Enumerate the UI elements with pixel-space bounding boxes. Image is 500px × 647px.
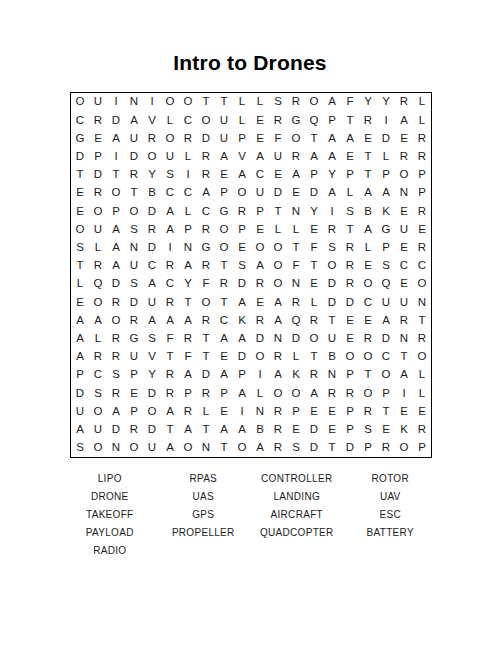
- grid-cell-r17c10[interactable]: A: [233, 384, 251, 402]
- grid-cell-r11c4[interactable]: S: [125, 275, 143, 293]
- grid-cell-r6c20[interactable]: P: [413, 184, 431, 202]
- grid-cell-r11c16[interactable]: R: [341, 275, 359, 293]
- grid-cell-r17c20[interactable]: L: [413, 384, 431, 402]
- grid-cell-r3c4[interactable]: U: [125, 129, 143, 147]
- grid-cell-r16c15[interactable]: N: [323, 366, 341, 384]
- grid-cell-r20c6[interactable]: A: [161, 439, 179, 457]
- grid-cell-r13c20[interactable]: T: [413, 311, 431, 329]
- grid-cell-r5c6[interactable]: S: [161, 166, 179, 184]
- grid-cell-r14c11[interactable]: D: [251, 330, 269, 348]
- grid-cell-r12c11[interactable]: E: [251, 293, 269, 311]
- grid-cell-r17c5[interactable]: D: [143, 384, 161, 402]
- grid-cell-r10c16[interactable]: R: [341, 257, 359, 275]
- grid-cell-r17c4[interactable]: E: [125, 384, 143, 402]
- grid-cell-r2c11[interactable]: E: [251, 111, 269, 129]
- grid-cell-r2c19[interactable]: A: [395, 111, 413, 129]
- grid-cell-r17c9[interactable]: P: [215, 384, 233, 402]
- grid-cell-r20c13[interactable]: S: [287, 439, 305, 457]
- grid-cell-r17c19[interactable]: I: [395, 384, 413, 402]
- grid-cell-r17c7[interactable]: P: [179, 384, 197, 402]
- grid-cell-r13c12[interactable]: A: [269, 311, 287, 329]
- grid-cell-r13c18[interactable]: A: [377, 311, 395, 329]
- grid-cell-r7c19[interactable]: E: [395, 202, 413, 220]
- grid-cell-r4c16[interactable]: E: [341, 148, 359, 166]
- grid-cell-r6c3[interactable]: O: [107, 184, 125, 202]
- grid-cell-r14c16[interactable]: E: [341, 330, 359, 348]
- grid-cell-r5c19[interactable]: O: [395, 166, 413, 184]
- grid-cell-r20c18[interactable]: R: [377, 439, 395, 457]
- grid-cell-r15c13[interactable]: L: [287, 348, 305, 366]
- grid-cell-r7c8[interactable]: C: [197, 202, 215, 220]
- grid-cell-r13c16[interactable]: E: [341, 311, 359, 329]
- grid-cell-r13c8[interactable]: R: [197, 311, 215, 329]
- grid-cell-r2c7[interactable]: C: [179, 111, 197, 129]
- grid-cell-r16c19[interactable]: A: [395, 366, 413, 384]
- grid-cell-r12c20[interactable]: N: [413, 293, 431, 311]
- grid-cell-r4c8[interactable]: R: [197, 148, 215, 166]
- grid-cell-r3c15[interactable]: A: [323, 129, 341, 147]
- grid-cell-r10c11[interactable]: A: [251, 257, 269, 275]
- grid-cell-r15c10[interactable]: D: [233, 348, 251, 366]
- grid-cell-r4c18[interactable]: L: [377, 148, 395, 166]
- grid-cell-r1c6[interactable]: O: [161, 93, 179, 111]
- grid-cell-r19c19[interactable]: K: [395, 421, 413, 439]
- grid-cell-r13c1[interactable]: A: [71, 311, 89, 329]
- grid-cell-r7c7[interactable]: L: [179, 202, 197, 220]
- grid-cell-r5c10[interactable]: A: [233, 166, 251, 184]
- grid-cell-r6c19[interactable]: N: [395, 184, 413, 202]
- grid-cell-r12c3[interactable]: R: [107, 293, 125, 311]
- grid-cell-r6c11[interactable]: U: [251, 184, 269, 202]
- grid-cell-r20c2[interactable]: O: [89, 439, 107, 457]
- grid-cell-r2c13[interactable]: G: [287, 111, 305, 129]
- grid-cell-r2c5[interactable]: V: [143, 111, 161, 129]
- grid-cell-r18c9[interactable]: E: [215, 402, 233, 420]
- grid-cell-r4c13[interactable]: R: [287, 148, 305, 166]
- grid-cell-r7c5[interactable]: D: [143, 202, 161, 220]
- grid-cell-r17c18[interactable]: P: [377, 384, 395, 402]
- grid-cell-r16c18[interactable]: O: [377, 366, 395, 384]
- grid-cell-r18c5[interactable]: O: [143, 402, 161, 420]
- grid-cell-r17c2[interactable]: S: [89, 384, 107, 402]
- grid-cell-r9c17[interactable]: L: [359, 239, 377, 257]
- grid-cell-r14c1[interactable]: A: [71, 330, 89, 348]
- grid-cell-r9c18[interactable]: P: [377, 239, 395, 257]
- grid-cell-r5c13[interactable]: A: [287, 166, 305, 184]
- grid-cell-r18c17[interactable]: R: [359, 402, 377, 420]
- grid-cell-r18c15[interactable]: E: [323, 402, 341, 420]
- grid-cell-r10c7[interactable]: A: [179, 257, 197, 275]
- grid-cell-r10c3[interactable]: A: [107, 257, 125, 275]
- grid-cell-r11c3[interactable]: D: [107, 275, 125, 293]
- grid-cell-r13c5[interactable]: A: [143, 311, 161, 329]
- grid-cell-r9c6[interactable]: I: [161, 239, 179, 257]
- grid-cell-r17c15[interactable]: R: [323, 384, 341, 402]
- grid-cell-r4c3[interactable]: I: [107, 148, 125, 166]
- grid-cell-r12c16[interactable]: D: [341, 293, 359, 311]
- grid-cell-r8c12[interactable]: L: [269, 220, 287, 238]
- grid-cell-r5c17[interactable]: T: [359, 166, 377, 184]
- grid-cell-r7c20[interactable]: R: [413, 202, 431, 220]
- grid-cell-r19c10[interactable]: A: [233, 421, 251, 439]
- grid-cell-r8c5[interactable]: R: [143, 220, 161, 238]
- grid-cell-r20c20[interactable]: P: [413, 439, 431, 457]
- grid-cell-r16c11[interactable]: I: [251, 366, 269, 384]
- grid-cell-r5c12[interactable]: E: [269, 166, 287, 184]
- grid-cell-r4c4[interactable]: D: [125, 148, 143, 166]
- grid-cell-r16c1[interactable]: P: [71, 366, 89, 384]
- grid-cell-r20c14[interactable]: D: [305, 439, 323, 457]
- grid-cell-r13c13[interactable]: Q: [287, 311, 305, 329]
- grid-cell-r6c17[interactable]: A: [359, 184, 377, 202]
- grid-cell-r5c16[interactable]: P: [341, 166, 359, 184]
- grid-cell-r16c9[interactable]: A: [215, 366, 233, 384]
- grid-cell-r16c10[interactable]: P: [233, 366, 251, 384]
- grid-cell-r2c10[interactable]: L: [233, 111, 251, 129]
- grid-cell-r4c14[interactable]: A: [305, 148, 323, 166]
- grid-cell-r18c19[interactable]: E: [395, 402, 413, 420]
- grid-cell-r5c4[interactable]: R: [125, 166, 143, 184]
- grid-cell-r8c14[interactable]: E: [305, 220, 323, 238]
- grid-cell-r14c18[interactable]: D: [377, 330, 395, 348]
- grid-cell-r15c2[interactable]: R: [89, 348, 107, 366]
- grid-cell-r2c8[interactable]: O: [197, 111, 215, 129]
- grid-cell-r14c9[interactable]: A: [215, 330, 233, 348]
- grid-cell-r12c8[interactable]: O: [197, 293, 215, 311]
- grid-cell-r1c14[interactable]: O: [305, 93, 323, 111]
- grid-cell-r9c3[interactable]: A: [107, 239, 125, 257]
- grid-cell-r18c1[interactable]: U: [71, 402, 89, 420]
- grid-cell-r3c10[interactable]: P: [233, 129, 251, 147]
- grid-cell-r2c20[interactable]: L: [413, 111, 431, 129]
- grid-cell-r19c1[interactable]: A: [71, 421, 89, 439]
- grid-cell-r6c18[interactable]: A: [377, 184, 395, 202]
- grid-cell-r7c10[interactable]: R: [233, 202, 251, 220]
- grid-cell-r14c13[interactable]: D: [287, 330, 305, 348]
- grid-cell-r16c16[interactable]: P: [341, 366, 359, 384]
- grid-cell-r7c9[interactable]: G: [215, 202, 233, 220]
- grid-cell-r14c4[interactable]: G: [125, 330, 143, 348]
- grid-cell-r12c12[interactable]: A: [269, 293, 287, 311]
- grid-cell-r18c10[interactable]: I: [233, 402, 251, 420]
- grid-cell-r10c19[interactable]: C: [395, 257, 413, 275]
- grid-cell-r6c1[interactable]: E: [71, 184, 89, 202]
- grid-cell-r3c5[interactable]: R: [143, 129, 161, 147]
- grid-cell-r17c8[interactable]: R: [197, 384, 215, 402]
- grid-cell-r8c4[interactable]: S: [125, 220, 143, 238]
- grid-cell-r14c2[interactable]: L: [89, 330, 107, 348]
- grid-cell-r16c17[interactable]: T: [359, 366, 377, 384]
- grid-cell-r9c12[interactable]: O: [269, 239, 287, 257]
- grid-cell-r12c15[interactable]: D: [323, 293, 341, 311]
- grid-cell-r6c14[interactable]: D: [305, 184, 323, 202]
- grid-cell-r9c5[interactable]: D: [143, 239, 161, 257]
- grid-cell-r16c4[interactable]: P: [125, 366, 143, 384]
- grid-cell-r1c11[interactable]: L: [251, 93, 269, 111]
- grid-cell-r15c18[interactable]: C: [377, 348, 395, 366]
- grid-cell-r15c15[interactable]: B: [323, 348, 341, 366]
- grid-cell-r3c12[interactable]: F: [269, 129, 287, 147]
- grid-cell-r6c10[interactable]: O: [233, 184, 251, 202]
- grid-cell-r13c10[interactable]: K: [233, 311, 251, 329]
- grid-cell-r10c20[interactable]: C: [413, 257, 431, 275]
- grid-cell-r19c12[interactable]: R: [269, 421, 287, 439]
- grid-cell-r4c15[interactable]: A: [323, 148, 341, 166]
- grid-cell-r8c9[interactable]: O: [215, 220, 233, 238]
- grid-cell-r9c14[interactable]: F: [305, 239, 323, 257]
- grid-cell-r1c17[interactable]: Y: [359, 93, 377, 111]
- grid-cell-r16c14[interactable]: R: [305, 366, 323, 384]
- grid-cell-r10c14[interactable]: T: [305, 257, 323, 275]
- grid-cell-r20c5[interactable]: U: [143, 439, 161, 457]
- grid-cell-r4c2[interactable]: P: [89, 148, 107, 166]
- grid-cell-r11c18[interactable]: Q: [377, 275, 395, 293]
- grid-cell-r15c14[interactable]: T: [305, 348, 323, 366]
- grid-cell-r3c13[interactable]: O: [287, 129, 305, 147]
- grid-cell-r14c14[interactable]: O: [305, 330, 323, 348]
- grid-cell-r15c5[interactable]: V: [143, 348, 161, 366]
- grid-cell-r3c7[interactable]: R: [179, 129, 197, 147]
- grid-cell-r14c8[interactable]: T: [197, 330, 215, 348]
- grid-cell-r15c16[interactable]: O: [341, 348, 359, 366]
- grid-cell-r15c19[interactable]: T: [395, 348, 413, 366]
- grid-cell-r13c7[interactable]: A: [179, 311, 197, 329]
- grid-cell-r20c17[interactable]: P: [359, 439, 377, 457]
- grid-cell-r20c10[interactable]: O: [233, 439, 251, 457]
- grid-cell-r1c20[interactable]: L: [413, 93, 431, 111]
- grid-cell-r18c6[interactable]: A: [161, 402, 179, 420]
- grid-cell-r2c18[interactable]: I: [377, 111, 395, 129]
- grid-cell-r9c7[interactable]: N: [179, 239, 197, 257]
- grid-cell-r20c8[interactable]: N: [197, 439, 215, 457]
- grid-cell-r1c9[interactable]: T: [215, 93, 233, 111]
- grid-cell-r2c14[interactable]: Q: [305, 111, 323, 129]
- grid-cell-r4c20[interactable]: R: [413, 148, 431, 166]
- grid-cell-r19c17[interactable]: S: [359, 421, 377, 439]
- grid-cell-r10c9[interactable]: T: [215, 257, 233, 275]
- grid-cell-r3c16[interactable]: A: [341, 129, 359, 147]
- grid-cell-r2c4[interactable]: A: [125, 111, 143, 129]
- grid-cell-r5c18[interactable]: P: [377, 166, 395, 184]
- grid-cell-r2c15[interactable]: P: [323, 111, 341, 129]
- grid-cell-r11c12[interactable]: O: [269, 275, 287, 293]
- grid-cell-r15c9[interactable]: E: [215, 348, 233, 366]
- grid-cell-r9c20[interactable]: R: [413, 239, 431, 257]
- grid-cell-r14c17[interactable]: R: [359, 330, 377, 348]
- grid-cell-r6c4[interactable]: T: [125, 184, 143, 202]
- grid-cell-r9c13[interactable]: T: [287, 239, 305, 257]
- grid-cell-r11c2[interactable]: Q: [89, 275, 107, 293]
- grid-cell-r14c10[interactable]: A: [233, 330, 251, 348]
- grid-cell-r4c11[interactable]: A: [251, 148, 269, 166]
- grid-cell-r12c10[interactable]: A: [233, 293, 251, 311]
- grid-cell-r15c17[interactable]: O: [359, 348, 377, 366]
- grid-cell-r17c17[interactable]: O: [359, 384, 377, 402]
- grid-cell-r20c11[interactable]: A: [251, 439, 269, 457]
- grid-cell-r17c13[interactable]: O: [287, 384, 305, 402]
- grid-cell-r4c6[interactable]: U: [161, 148, 179, 166]
- grid-cell-r15c12[interactable]: R: [269, 348, 287, 366]
- grid-cell-r11c13[interactable]: N: [287, 275, 305, 293]
- grid-cell-r3c6[interactable]: O: [161, 129, 179, 147]
- grid-cell-r8c6[interactable]: A: [161, 220, 179, 238]
- grid-cell-r19c20[interactable]: R: [413, 421, 431, 439]
- grid-cell-r18c16[interactable]: P: [341, 402, 359, 420]
- grid-cell-r7c18[interactable]: K: [377, 202, 395, 220]
- grid-cell-r5c7[interactable]: I: [179, 166, 197, 184]
- grid-cell-r13c19[interactable]: R: [395, 311, 413, 329]
- grid-cell-r2c17[interactable]: R: [359, 111, 377, 129]
- grid-cell-r6c6[interactable]: C: [161, 184, 179, 202]
- grid-cell-r12c18[interactable]: U: [377, 293, 395, 311]
- grid-cell-r5c2[interactable]: D: [89, 166, 107, 184]
- grid-cell-r9c9[interactable]: O: [215, 239, 233, 257]
- grid-cell-r19c9[interactable]: A: [215, 421, 233, 439]
- grid-cell-r13c6[interactable]: A: [161, 311, 179, 329]
- grid-cell-r18c11[interactable]: N: [251, 402, 269, 420]
- grid-cell-r7c3[interactable]: P: [107, 202, 125, 220]
- grid-cell-r16c8[interactable]: D: [197, 366, 215, 384]
- grid-cell-r19c18[interactable]: E: [377, 421, 395, 439]
- grid-cell-r20c9[interactable]: T: [215, 439, 233, 457]
- grid-cell-r3c17[interactable]: E: [359, 129, 377, 147]
- grid-cell-r16c20[interactable]: L: [413, 366, 431, 384]
- grid-cell-r11c10[interactable]: D: [233, 275, 251, 293]
- grid-cell-r1c3[interactable]: I: [107, 93, 125, 111]
- grid-cell-r1c4[interactable]: N: [125, 93, 143, 111]
- grid-cell-r7c12[interactable]: T: [269, 202, 287, 220]
- grid-cell-r19c7[interactable]: A: [179, 421, 197, 439]
- grid-cell-r3c9[interactable]: U: [215, 129, 233, 147]
- grid-cell-r7c6[interactable]: A: [161, 202, 179, 220]
- grid-cell-r12c5[interactable]: U: [143, 293, 161, 311]
- grid-cell-r1c5[interactable]: I: [143, 93, 161, 111]
- grid-cell-r8c15[interactable]: R: [323, 220, 341, 238]
- grid-cell-r9c1[interactable]: S: [71, 239, 89, 257]
- grid-cell-r18c20[interactable]: E: [413, 402, 431, 420]
- grid-cell-r3c19[interactable]: E: [395, 129, 413, 147]
- grid-cell-r1c10[interactable]: L: [233, 93, 251, 111]
- grid-cell-r12c17[interactable]: C: [359, 293, 377, 311]
- grid-cell-r6c7[interactable]: C: [179, 184, 197, 202]
- grid-cell-r1c8[interactable]: T: [197, 93, 215, 111]
- grid-cell-r11c5[interactable]: A: [143, 275, 161, 293]
- grid-cell-r5c11[interactable]: C: [251, 166, 269, 184]
- grid-cell-r7c4[interactable]: O: [125, 202, 143, 220]
- grid-cell-r2c6[interactable]: L: [161, 111, 179, 129]
- grid-cell-r18c3[interactable]: A: [107, 402, 125, 420]
- grid-cell-r9c16[interactable]: R: [341, 239, 359, 257]
- grid-cell-r4c1[interactable]: D: [71, 148, 89, 166]
- grid-cell-r18c2[interactable]: O: [89, 402, 107, 420]
- grid-cell-r19c13[interactable]: E: [287, 421, 305, 439]
- grid-cell-r7c13[interactable]: N: [287, 202, 305, 220]
- grid-cell-r10c17[interactable]: E: [359, 257, 377, 275]
- grid-cell-r11c11[interactable]: R: [251, 275, 269, 293]
- grid-cell-r18c18[interactable]: T: [377, 402, 395, 420]
- grid-cell-r20c15[interactable]: T: [323, 439, 341, 457]
- grid-cell-r18c12[interactable]: R: [269, 402, 287, 420]
- grid-cell-r19c4[interactable]: R: [125, 421, 143, 439]
- grid-cell-r1c7[interactable]: O: [179, 93, 197, 111]
- grid-cell-r14c6[interactable]: F: [161, 330, 179, 348]
- grid-cell-r5c1[interactable]: T: [71, 166, 89, 184]
- grid-cell-r8c13[interactable]: L: [287, 220, 305, 238]
- grid-cell-r15c3[interactable]: R: [107, 348, 125, 366]
- grid-cell-r11c17[interactable]: O: [359, 275, 377, 293]
- grid-cell-r12c19[interactable]: U: [395, 293, 413, 311]
- grid-cell-r9c2[interactable]: L: [89, 239, 107, 257]
- grid-cell-r14c12[interactable]: N: [269, 330, 287, 348]
- grid-cell-r9c19[interactable]: E: [395, 239, 413, 257]
- grid-cell-r7c15[interactable]: I: [323, 202, 341, 220]
- grid-cell-r16c6[interactable]: R: [161, 366, 179, 384]
- grid-cell-r15c11[interactable]: O: [251, 348, 269, 366]
- grid-cell-r14c7[interactable]: R: [179, 330, 197, 348]
- grid-cell-r8c16[interactable]: T: [341, 220, 359, 238]
- grid-cell-r6c16[interactable]: L: [341, 184, 359, 202]
- grid-cell-r5c5[interactable]: Y: [143, 166, 161, 184]
- grid-cell-r12c14[interactable]: L: [305, 293, 323, 311]
- grid-cell-r1c13[interactable]: R: [287, 93, 305, 111]
- grid-cell-r18c13[interactable]: P: [287, 402, 305, 420]
- grid-cell-r6c12[interactable]: D: [269, 184, 287, 202]
- grid-cell-r4c17[interactable]: T: [359, 148, 377, 166]
- grid-cell-r12c2[interactable]: O: [89, 293, 107, 311]
- grid-cell-r17c14[interactable]: A: [305, 384, 323, 402]
- grid-cell-r3c14[interactable]: T: [305, 129, 323, 147]
- grid-cell-r8c3[interactable]: A: [107, 220, 125, 238]
- grid-cell-r13c14[interactable]: R: [305, 311, 323, 329]
- grid-cell-r8c19[interactable]: U: [395, 220, 413, 238]
- grid-cell-r17c6[interactable]: R: [161, 384, 179, 402]
- grid-cell-r20c1[interactable]: S: [71, 439, 89, 457]
- grid-cell-r1c1[interactable]: O: [71, 93, 89, 111]
- grid-cell-r3c2[interactable]: E: [89, 129, 107, 147]
- grid-cell-r10c6[interactable]: R: [161, 257, 179, 275]
- grid-cell-r4c9[interactable]: A: [215, 148, 233, 166]
- grid-cell-r9c15[interactable]: S: [323, 239, 341, 257]
- grid-cell-r19c16[interactable]: P: [341, 421, 359, 439]
- grid-cell-r2c1[interactable]: C: [71, 111, 89, 129]
- grid-cell-r9c4[interactable]: N: [125, 239, 143, 257]
- grid-cell-r19c2[interactable]: U: [89, 421, 107, 439]
- grid-cell-r2c3[interactable]: D: [107, 111, 125, 129]
- grid-cell-r11c6[interactable]: C: [161, 275, 179, 293]
- grid-cell-r15c1[interactable]: A: [71, 348, 89, 366]
- grid-cell-r12c7[interactable]: T: [179, 293, 197, 311]
- grid-cell-r10c13[interactable]: F: [287, 257, 305, 275]
- grid-cell-r11c1[interactable]: L: [71, 275, 89, 293]
- grid-cell-r4c19[interactable]: R: [395, 148, 413, 166]
- grid-cell-r8c1[interactable]: O: [71, 220, 89, 238]
- grid-cell-r8c7[interactable]: P: [179, 220, 197, 238]
- grid-cell-r3c1[interactable]: G: [71, 129, 89, 147]
- grid-cell-r1c15[interactable]: A: [323, 93, 341, 111]
- grid-cell-r11c9[interactable]: R: [215, 275, 233, 293]
- grid-cell-r18c7[interactable]: R: [179, 402, 197, 420]
- grid-cell-r11c20[interactable]: O: [413, 275, 431, 293]
- grid-cell-r4c7[interactable]: L: [179, 148, 197, 166]
- grid-cell-r19c6[interactable]: T: [161, 421, 179, 439]
- grid-cell-r1c12[interactable]: S: [269, 93, 287, 111]
- grid-cell-r3c20[interactable]: R: [413, 129, 431, 147]
- grid-cell-r19c15[interactable]: E: [323, 421, 341, 439]
- grid-cell-r17c1[interactable]: D: [71, 384, 89, 402]
- grid-cell-r13c17[interactable]: E: [359, 311, 377, 329]
- grid-cell-r8c18[interactable]: G: [377, 220, 395, 238]
- grid-cell-r19c3[interactable]: D: [107, 421, 125, 439]
